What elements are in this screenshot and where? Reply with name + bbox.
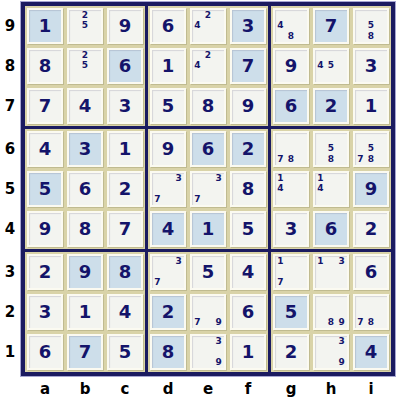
candidate-4: 4 <box>315 184 326 195</box>
cell-candidates: 24 <box>192 50 224 82</box>
cell-a4[interactable]: 9 <box>27 211 63 247</box>
cell-value: 7 <box>315 10 347 42</box>
cell-f9[interactable]: 3 <box>230 8 266 44</box>
cell-h6[interactable]: 58 <box>313 131 349 167</box>
row-label-3: 3 <box>0 262 20 282</box>
cell-value: 1 <box>192 213 224 245</box>
cell-value: 6 <box>69 173 101 205</box>
row-label-8: 8 <box>0 56 20 76</box>
cell-value: 7 <box>29 90 61 122</box>
cell-c4[interactable]: 7 <box>107 211 143 247</box>
cell-candidates: 13 <box>315 256 347 288</box>
cell-value: 4 <box>152 213 184 245</box>
cell-value: 6 <box>152 10 184 42</box>
cell-value: 8 <box>232 173 264 205</box>
cell-value: 8 <box>29 50 61 82</box>
cell-candidates: 14 <box>315 173 347 205</box>
candidate-3: 3 <box>173 173 184 184</box>
box-3-3: 17136589782394 <box>271 252 391 372</box>
cell-value: 9 <box>355 173 387 205</box>
cell-e7[interactable]: 8 <box>190 88 226 124</box>
candidate-9: 9 <box>213 357 224 368</box>
cell-candidates: 39 <box>192 336 224 368</box>
cell-i3[interactable]: 6 <box>353 254 389 290</box>
cell-b2[interactable]: 1 <box>67 294 103 330</box>
cell-a3[interactable]: 2 <box>27 254 63 290</box>
cell-a5[interactable]: 5 <box>27 171 63 207</box>
row-label-6: 6 <box>0 139 20 159</box>
candidate-7: 7 <box>275 277 286 288</box>
cell-value: 6 <box>355 256 387 288</box>
cell-value: 7 <box>109 213 141 245</box>
cell-h7[interactable]: 2 <box>313 88 349 124</box>
col-label-b: b <box>75 379 95 399</box>
cell-value: 6 <box>29 336 61 368</box>
col-label-f: f <box>238 379 258 399</box>
cell-value: 1 <box>109 133 141 165</box>
box-1-3: 487589453621 <box>271 6 391 126</box>
cell-candidates: 37 <box>152 173 184 205</box>
cell-value: 2 <box>29 256 61 288</box>
candidate-7: 7 <box>355 317 366 328</box>
cell-e4[interactable]: 1 <box>190 211 226 247</box>
cell-c5[interactable]: 2 <box>107 171 143 207</box>
box-1-2: 62431247589 <box>148 6 268 126</box>
candidate-8: 8 <box>326 317 337 328</box>
col-label-h: h <box>321 379 341 399</box>
candidate-2: 2 <box>80 50 91 61</box>
cell-value: 6 <box>232 296 264 328</box>
box-2-3: 785857814149362 <box>271 129 391 249</box>
cell-c7[interactable]: 3 <box>107 88 143 124</box>
cell-b5[interactable]: 6 <box>67 171 103 207</box>
sudoku-screenshot: 1259825674362431247589487589453621431562… <box>0 0 400 400</box>
cell-e9[interactable]: 24 <box>190 8 226 44</box>
box-1-1: 12598256743 <box>25 6 145 126</box>
cell-g2[interactable]: 5 <box>273 294 309 330</box>
cell-value: 1 <box>29 10 61 42</box>
cell-value: 2 <box>152 296 184 328</box>
cell-h8[interactable]: 45 <box>313 48 349 84</box>
cell-h9[interactable]: 7 <box>313 8 349 44</box>
cell-candidates: 14 <box>275 173 307 205</box>
row-label-5: 5 <box>0 179 20 199</box>
candidate-3: 3 <box>173 256 184 267</box>
cell-h2[interactable]: 89 <box>313 294 349 330</box>
candidate-4: 4 <box>192 21 203 32</box>
cell-candidates: 39 <box>315 336 347 368</box>
candidate-4: 4 <box>315 61 326 72</box>
cell-g6[interactable]: 78 <box>273 131 309 167</box>
cell-e1[interactable]: 39 <box>190 334 226 370</box>
cell-i7[interactable]: 1 <box>353 88 389 124</box>
col-label-d: d <box>158 379 178 399</box>
cell-value: 4 <box>355 336 387 368</box>
cell-f1[interactable]: 1 <box>230 334 266 370</box>
cell-e3[interactable]: 5 <box>190 254 226 290</box>
cell-value: 3 <box>29 296 61 328</box>
candidate-4: 4 <box>192 61 203 72</box>
cell-a7[interactable]: 7 <box>27 88 63 124</box>
cell-value: 5 <box>232 213 264 245</box>
cell-value: 5 <box>192 256 224 288</box>
candidate-3: 3 <box>336 336 347 347</box>
candidate-7: 7 <box>192 317 203 328</box>
cell-a1[interactable]: 6 <box>27 334 63 370</box>
col-label-e: e <box>198 379 218 399</box>
cell-value: 8 <box>192 90 224 122</box>
candidate-7: 7 <box>152 277 163 288</box>
cell-candidates: 78 <box>355 296 387 328</box>
box-2-1: 431562987 <box>25 129 145 249</box>
candidate-3: 3 <box>213 173 224 184</box>
cell-candidates: 25 <box>69 10 101 42</box>
cell-value: 9 <box>152 133 184 165</box>
cell-e8[interactable]: 24 <box>190 48 226 84</box>
cell-i6[interactable]: 578 <box>353 131 389 167</box>
cell-candidates: 58 <box>315 133 347 165</box>
cell-value: 2 <box>275 336 307 368</box>
cell-g8[interactable]: 9 <box>273 48 309 84</box>
cell-value: 1 <box>69 296 101 328</box>
cell-value: 9 <box>232 90 264 122</box>
cell-d6[interactable]: 9 <box>150 131 186 167</box>
cell-i4[interactable]: 2 <box>353 211 389 247</box>
cell-value: 9 <box>29 213 61 245</box>
cell-i2[interactable]: 78 <box>353 294 389 330</box>
cell-f7[interactable]: 9 <box>230 88 266 124</box>
candidate-1: 1 <box>275 256 286 267</box>
candidate-5: 5 <box>80 61 91 72</box>
col-label-c: c <box>115 379 135 399</box>
cell-value: 4 <box>29 133 61 165</box>
cell-candidates: 37 <box>192 173 224 205</box>
cell-value: 4 <box>69 90 101 122</box>
candidate-8: 8 <box>366 154 377 165</box>
row-label-9: 9 <box>0 16 20 36</box>
cell-g3[interactable]: 17 <box>273 254 309 290</box>
cell-value: 6 <box>109 50 141 82</box>
box-3-1: 298314675 <box>25 252 145 372</box>
cell-candidates: 578 <box>355 133 387 165</box>
candidate-1: 1 <box>275 173 286 184</box>
cell-c9[interactable]: 9 <box>107 8 143 44</box>
cell-candidates: 45 <box>315 50 347 82</box>
cell-candidates: 25 <box>69 50 101 82</box>
cell-candidates: 48 <box>275 10 307 42</box>
cell-f4[interactable]: 5 <box>230 211 266 247</box>
cell-a8[interactable]: 8 <box>27 48 63 84</box>
cell-d2[interactable]: 2 <box>150 294 186 330</box>
cell-d4[interactable]: 4 <box>150 211 186 247</box>
cell-h1[interactable]: 39 <box>313 334 349 370</box>
cell-c2[interactable]: 4 <box>107 294 143 330</box>
cell-f3[interactable]: 4 <box>230 254 266 290</box>
cell-value: 6 <box>192 133 224 165</box>
candidate-8: 8 <box>326 154 337 165</box>
cell-f5[interactable]: 8 <box>230 171 266 207</box>
candidate-5: 5 <box>326 144 337 155</box>
candidate-7: 7 <box>275 154 286 165</box>
candidate-7: 7 <box>152 194 163 205</box>
cell-d7[interactable]: 5 <box>150 88 186 124</box>
cell-c8[interactable]: 6 <box>107 48 143 84</box>
col-label-g: g <box>281 379 301 399</box>
cell-a2[interactable]: 3 <box>27 294 63 330</box>
cell-f6[interactable]: 2 <box>230 131 266 167</box>
cell-value: 2 <box>315 90 347 122</box>
cell-h3[interactable]: 13 <box>313 254 349 290</box>
candidate-1: 1 <box>315 256 326 267</box>
cell-g4[interactable]: 3 <box>273 211 309 247</box>
cell-value: 1 <box>232 336 264 368</box>
cell-g7[interactable]: 6 <box>273 88 309 124</box>
cell-c3[interactable]: 8 <box>107 254 143 290</box>
row-label-7: 7 <box>0 96 20 116</box>
candidate-3: 3 <box>336 256 347 267</box>
cell-b1[interactable]: 7 <box>67 334 103 370</box>
cell-i1[interactable]: 4 <box>353 334 389 370</box>
candidate-4: 4 <box>275 184 286 195</box>
cell-b6[interactable]: 3 <box>67 131 103 167</box>
cell-b9[interactable]: 25 <box>67 8 103 44</box>
box-2-2: 96237378415 <box>148 129 268 249</box>
cell-e5[interactable]: 37 <box>190 171 226 207</box>
candidate-9: 9 <box>336 357 347 368</box>
cell-candidates: 78 <box>275 133 307 165</box>
row-label-2: 2 <box>0 302 20 322</box>
cell-value: 3 <box>275 213 307 245</box>
cell-c1[interactable]: 5 <box>107 334 143 370</box>
candidate-5: 5 <box>326 61 337 72</box>
candidate-8: 8 <box>366 31 377 42</box>
cell-b4[interactable]: 8 <box>67 211 103 247</box>
cell-candidates: 17 <box>275 256 307 288</box>
cell-value: 7 <box>69 336 101 368</box>
cell-value: 2 <box>109 173 141 205</box>
cell-i9[interactable]: 58 <box>353 8 389 44</box>
box-3-2: 375427968391 <box>148 252 268 372</box>
cell-f2[interactable]: 6 <box>230 294 266 330</box>
candidate-5: 5 <box>80 21 91 32</box>
row-label-1: 1 <box>0 342 20 362</box>
cell-value: 3 <box>355 50 387 82</box>
cell-b8[interactable]: 25 <box>67 48 103 84</box>
cell-d3[interactable]: 37 <box>150 254 186 290</box>
cell-h4[interactable]: 6 <box>313 211 349 247</box>
candidate-5: 5 <box>366 144 377 155</box>
cell-value: 3 <box>232 10 264 42</box>
cell-d8[interactable]: 1 <box>150 48 186 84</box>
cell-value: 1 <box>355 90 387 122</box>
cell-value: 4 <box>109 296 141 328</box>
cell-f8[interactable]: 7 <box>230 48 266 84</box>
cell-i5[interactable]: 9 <box>353 171 389 207</box>
candidate-1: 1 <box>315 173 326 184</box>
cell-value: 8 <box>109 256 141 288</box>
col-label-i: i <box>361 379 381 399</box>
sudoku-board: 1259825674362431247589487589453621431562… <box>21 2 395 376</box>
cell-value: 4 <box>232 256 264 288</box>
candidate-3: 3 <box>213 336 224 347</box>
cell-h5[interactable]: 14 <box>313 171 349 207</box>
candidate-8: 8 <box>286 31 297 42</box>
cell-value: 9 <box>109 10 141 42</box>
cell-value: 2 <box>355 213 387 245</box>
cell-a9[interactable]: 1 <box>27 8 63 44</box>
cell-g1[interactable]: 2 <box>273 334 309 370</box>
cell-candidates: 89 <box>315 296 347 328</box>
cell-value: 8 <box>69 213 101 245</box>
candidate-7: 7 <box>355 154 366 165</box>
cell-e2[interactable]: 79 <box>190 294 226 330</box>
cell-value: 2 <box>232 133 264 165</box>
cell-value: 5 <box>29 173 61 205</box>
candidate-2: 2 <box>203 10 214 21</box>
candidate-2: 2 <box>80 10 91 21</box>
cell-e6[interactable]: 6 <box>190 131 226 167</box>
cell-value: 5 <box>152 90 184 122</box>
cell-candidates: 24 <box>192 10 224 42</box>
cell-value: 1 <box>152 50 184 82</box>
cell-value: 9 <box>69 256 101 288</box>
cell-b7[interactable]: 4 <box>67 88 103 124</box>
candidate-4: 4 <box>275 21 286 32</box>
cell-d9[interactable]: 6 <box>150 8 186 44</box>
cell-b3[interactable]: 9 <box>67 254 103 290</box>
cell-d5[interactable]: 37 <box>150 171 186 207</box>
cell-value: 6 <box>275 90 307 122</box>
cell-value: 6 <box>315 213 347 245</box>
candidate-2: 2 <box>203 50 214 61</box>
cell-g5[interactable]: 14 <box>273 171 309 207</box>
cell-candidates: 37 <box>152 256 184 288</box>
cell-candidates: 58 <box>355 10 387 42</box>
candidate-7: 7 <box>192 194 203 205</box>
cell-g9[interactable]: 48 <box>273 8 309 44</box>
cell-value: 3 <box>69 133 101 165</box>
cell-value: 3 <box>109 90 141 122</box>
cell-value: 5 <box>275 296 307 328</box>
candidate-5: 5 <box>366 21 377 32</box>
candidate-9: 9 <box>213 317 224 328</box>
candidate-8: 8 <box>286 154 297 165</box>
cell-value: 9 <box>275 50 307 82</box>
cell-a6[interactable]: 4 <box>27 131 63 167</box>
cell-value: 5 <box>109 336 141 368</box>
row-label-4: 4 <box>0 219 20 239</box>
cell-i8[interactable]: 3 <box>353 48 389 84</box>
cell-value: 8 <box>152 336 184 368</box>
candidate-8: 8 <box>366 317 377 328</box>
col-label-a: a <box>35 379 55 399</box>
candidate-9: 9 <box>336 317 347 328</box>
cell-value: 7 <box>232 50 264 82</box>
cell-c6[interactable]: 1 <box>107 131 143 167</box>
cell-d1[interactable]: 8 <box>150 334 186 370</box>
cell-candidates: 79 <box>192 296 224 328</box>
